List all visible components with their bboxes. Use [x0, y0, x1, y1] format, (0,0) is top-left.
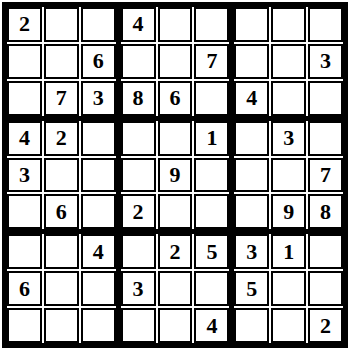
sudoku-cell-r1c5[interactable] — [158, 7, 193, 42]
sudoku-cell-r8c7[interactable]: 5 — [234, 271, 269, 306]
sudoku-cell-r9c3[interactable] — [81, 308, 116, 343]
sudoku-cell-r4c4[interactable] — [121, 121, 156, 156]
sudoku-box-6: 3798 — [234, 121, 343, 230]
sudoku-box-4: 4236 — [7, 121, 116, 230]
sudoku-cell-r9c2[interactable] — [44, 308, 79, 343]
sudoku-cell-r9c4[interactable] — [121, 308, 156, 343]
sudoku-cell-r2c8[interactable] — [271, 44, 306, 79]
sudoku-cell-r3c2[interactable]: 7 — [44, 81, 79, 116]
sudoku-cell-r8c3[interactable] — [81, 271, 116, 306]
sudoku-box-9: 3152 — [234, 234, 343, 343]
sudoku-cell-r3c6[interactable] — [194, 81, 229, 116]
sudoku-cell-r4c6[interactable]: 1 — [194, 121, 229, 156]
sudoku-cell-r4c8[interactable]: 3 — [271, 121, 306, 156]
sudoku-cell-r5c1[interactable]: 3 — [7, 158, 42, 193]
sudoku-box-3: 34 — [234, 7, 343, 116]
sudoku-cell-r9c7[interactable] — [234, 308, 269, 343]
sudoku-cell-r8c4[interactable]: 3 — [121, 271, 156, 306]
sudoku-cell-r2c9[interactable]: 3 — [308, 44, 343, 79]
sudoku-cell-r6c2[interactable]: 6 — [44, 194, 79, 229]
sudoku-cell-r1c8[interactable] — [271, 7, 306, 42]
sudoku-cell-r6c9[interactable]: 8 — [308, 194, 343, 229]
sudoku-cell-r2c1[interactable] — [7, 44, 42, 79]
sudoku-cell-r8c2[interactable] — [44, 271, 79, 306]
sudoku-cell-r6c8[interactable]: 9 — [271, 194, 306, 229]
sudoku-cell-r1c4[interactable]: 4 — [121, 7, 156, 42]
sudoku-cell-r2c6[interactable]: 7 — [194, 44, 229, 79]
sudoku-box-5: 192 — [121, 121, 230, 230]
sudoku-cell-r6c6[interactable] — [194, 194, 229, 229]
sudoku-cell-r8c5[interactable] — [158, 271, 193, 306]
sudoku-cell-r9c5[interactable] — [158, 308, 193, 343]
sudoku-cell-r2c3[interactable]: 6 — [81, 44, 116, 79]
sudoku-cell-r3c9[interactable] — [308, 81, 343, 116]
sudoku-cell-r2c4[interactable] — [121, 44, 156, 79]
sudoku-box-7: 46 — [7, 234, 116, 343]
sudoku-cell-r4c2[interactable]: 2 — [44, 121, 79, 156]
sudoku-cell-r7c2[interactable] — [44, 234, 79, 269]
sudoku-cell-r1c6[interactable] — [194, 7, 229, 42]
sudoku-cell-r3c1[interactable] — [7, 81, 42, 116]
sudoku-cell-r3c4[interactable]: 8 — [121, 81, 156, 116]
sudoku-cell-r7c4[interactable] — [121, 234, 156, 269]
sudoku-cell-r4c7[interactable] — [234, 121, 269, 156]
sudoku-cell-r7c9[interactable] — [308, 234, 343, 269]
sudoku-cell-r6c4[interactable]: 2 — [121, 194, 156, 229]
sudoku-cell-r8c1[interactable]: 6 — [7, 271, 42, 306]
sudoku-cell-r4c1[interactable]: 4 — [7, 121, 42, 156]
sudoku-cell-r7c3[interactable]: 4 — [81, 234, 116, 269]
sudoku-cell-r6c3[interactable] — [81, 194, 116, 229]
sudoku-cell-r5c6[interactable] — [194, 158, 229, 193]
sudoku-cell-r4c9[interactable] — [308, 121, 343, 156]
sudoku-box-2: 4786 — [121, 7, 230, 116]
sudoku-cell-r1c9[interactable] — [308, 7, 343, 42]
sudoku-cell-r9c9[interactable]: 2 — [308, 308, 343, 343]
sudoku-cell-r9c1[interactable] — [7, 308, 42, 343]
sudoku-cell-r7c7[interactable]: 3 — [234, 234, 269, 269]
sudoku-cell-r3c3[interactable]: 3 — [81, 81, 116, 116]
sudoku-cell-r2c7[interactable] — [234, 44, 269, 79]
sudoku-cell-r3c8[interactable] — [271, 81, 306, 116]
sudoku-cell-r4c3[interactable] — [81, 121, 116, 156]
sudoku-cell-r5c2[interactable] — [44, 158, 79, 193]
sudoku-cell-r8c6[interactable] — [194, 271, 229, 306]
sudoku-cell-r6c1[interactable] — [7, 194, 42, 229]
sudoku-cell-r5c3[interactable] — [81, 158, 116, 193]
sudoku-cell-r1c1[interactable]: 2 — [7, 7, 42, 42]
sudoku-board: 2673478634423619237984625343152 — [2, 2, 348, 348]
sudoku-cell-r6c5[interactable] — [158, 194, 193, 229]
sudoku-cell-r1c2[interactable] — [44, 7, 79, 42]
sudoku-cell-r1c7[interactable] — [234, 7, 269, 42]
sudoku-cell-r2c2[interactable] — [44, 44, 79, 79]
sudoku-box-1: 2673 — [7, 7, 116, 116]
sudoku-cell-r5c5[interactable]: 9 — [158, 158, 193, 193]
sudoku-cell-r5c9[interactable]: 7 — [308, 158, 343, 193]
sudoku-cell-r8c8[interactable] — [271, 271, 306, 306]
sudoku-cell-r3c5[interactable]: 6 — [158, 81, 193, 116]
sudoku-cell-r4c5[interactable] — [158, 121, 193, 156]
sudoku-cell-r8c9[interactable] — [308, 271, 343, 306]
sudoku-cell-r5c7[interactable] — [234, 158, 269, 193]
sudoku-cell-r7c5[interactable]: 2 — [158, 234, 193, 269]
sudoku-cell-r9c8[interactable] — [271, 308, 306, 343]
sudoku-cell-r6c7[interactable] — [234, 194, 269, 229]
sudoku-cell-r3c7[interactable]: 4 — [234, 81, 269, 116]
sudoku-cell-r2c5[interactable] — [158, 44, 193, 79]
sudoku-cell-r7c6[interactable]: 5 — [194, 234, 229, 269]
sudoku-cell-r7c8[interactable]: 1 — [271, 234, 306, 269]
sudoku-cell-r9c6[interactable]: 4 — [194, 308, 229, 343]
sudoku-cell-r5c8[interactable] — [271, 158, 306, 193]
sudoku-cell-r5c4[interactable] — [121, 158, 156, 193]
sudoku-box-8: 2534 — [121, 234, 230, 343]
sudoku-cell-r7c1[interactable] — [7, 234, 42, 269]
sudoku-cell-r1c3[interactable] — [81, 7, 116, 42]
